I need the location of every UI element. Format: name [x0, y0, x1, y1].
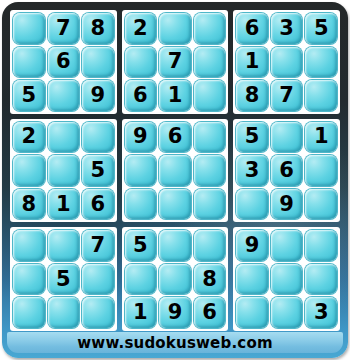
cell-r8c3[interactable]	[82, 264, 114, 295]
cell-r3c7[interactable]: 8	[236, 80, 268, 111]
cell-r3c1[interactable]: 5	[13, 80, 45, 111]
cell-r3c8[interactable]: 7	[271, 80, 303, 111]
cell-r5c6[interactable]	[194, 155, 226, 186]
sudoku-board: 786592761635187258169651369755819693	[10, 10, 340, 331]
cell-r8c2[interactable]: 5	[48, 264, 80, 295]
cell-r4c3[interactable]	[82, 122, 114, 153]
cell-r4c8[interactable]	[271, 122, 303, 153]
cell-r3c3[interactable]: 9	[82, 80, 114, 111]
cell-r1c9[interactable]: 5	[305, 13, 337, 44]
cell-r9c9[interactable]: 3	[305, 297, 337, 328]
cell-r3c2[interactable]	[48, 80, 80, 111]
cell-r3c6[interactable]	[194, 80, 226, 111]
cell-r6c5[interactable]	[159, 189, 191, 220]
cell-r9c7[interactable]	[236, 297, 268, 328]
cell-r4c1[interactable]: 2	[13, 122, 45, 153]
cell-r8c6[interactable]: 8	[194, 264, 226, 295]
cell-r2c1[interactable]	[13, 47, 45, 78]
website-link[interactable]: www.sudokusweb.com	[77, 334, 272, 352]
cell-r1c5[interactable]	[159, 13, 191, 44]
cell-r9c5[interactable]: 9	[159, 297, 191, 328]
box-3: 635187	[233, 10, 340, 114]
cell-r2c6[interactable]	[194, 47, 226, 78]
box-5: 96	[122, 119, 229, 223]
cell-r5c2[interactable]	[48, 155, 80, 186]
cell-r4c7[interactable]: 5	[236, 122, 268, 153]
cell-r4c5[interactable]: 6	[159, 122, 191, 153]
cell-r5c9[interactable]	[305, 155, 337, 186]
cell-r6c8[interactable]: 9	[271, 189, 303, 220]
cell-r9c4[interactable]: 1	[125, 297, 157, 328]
box-1: 78659	[10, 10, 117, 114]
cell-r7c9[interactable]	[305, 230, 337, 261]
cell-r1c7[interactable]: 6	[236, 13, 268, 44]
box-8: 58196	[122, 227, 229, 331]
cell-r1c8[interactable]: 3	[271, 13, 303, 44]
cell-r6c7[interactable]	[236, 189, 268, 220]
cell-r6c4[interactable]	[125, 189, 157, 220]
cell-r2c5[interactable]: 7	[159, 47, 191, 78]
cell-r2c4[interactable]	[125, 47, 157, 78]
cell-r9c6[interactable]: 6	[194, 297, 226, 328]
cell-r7c2[interactable]	[48, 230, 80, 261]
cell-r9c1[interactable]	[13, 297, 45, 328]
sudoku-widget: 786592761635187258169651369755819693 www…	[2, 2, 348, 358]
box-2: 2761	[122, 10, 229, 114]
footer-band: www.sudokusweb.com	[7, 332, 343, 353]
box-4: 25816	[10, 119, 117, 223]
cell-r8c4[interactable]	[125, 264, 157, 295]
cell-r5c5[interactable]	[159, 155, 191, 186]
cell-r4c4[interactable]: 9	[125, 122, 157, 153]
cell-r6c6[interactable]	[194, 189, 226, 220]
cell-r6c2[interactable]: 1	[48, 189, 80, 220]
box-7: 75	[10, 227, 117, 331]
cell-r2c3[interactable]	[82, 47, 114, 78]
cell-r1c2[interactable]: 7	[48, 13, 80, 44]
cell-r1c1[interactable]	[13, 13, 45, 44]
cell-r1c6[interactable]	[194, 13, 226, 44]
cell-r5c8[interactable]: 6	[271, 155, 303, 186]
cell-r5c3[interactable]: 5	[82, 155, 114, 186]
cell-r5c7[interactable]: 3	[236, 155, 268, 186]
cell-r2c7[interactable]: 1	[236, 47, 268, 78]
cell-r4c2[interactable]	[48, 122, 80, 153]
cell-r8c9[interactable]	[305, 264, 337, 295]
cell-r1c4[interactable]: 2	[125, 13, 157, 44]
cell-r7c7[interactable]: 9	[236, 230, 268, 261]
cell-r3c4[interactable]: 6	[125, 80, 157, 111]
cell-r7c8[interactable]	[271, 230, 303, 261]
box-9: 93	[233, 227, 340, 331]
cell-r6c3[interactable]: 6	[82, 189, 114, 220]
cell-r7c5[interactable]	[159, 230, 191, 261]
cell-r8c7[interactable]	[236, 264, 268, 295]
cell-r8c5[interactable]	[159, 264, 191, 295]
box-6: 51369	[233, 119, 340, 223]
cell-r6c1[interactable]: 8	[13, 189, 45, 220]
cell-r7c6[interactable]	[194, 230, 226, 261]
cell-r7c4[interactable]: 5	[125, 230, 157, 261]
cell-r9c8[interactable]	[271, 297, 303, 328]
cell-r4c6[interactable]	[194, 122, 226, 153]
cell-r6c9[interactable]	[305, 189, 337, 220]
cell-r8c1[interactable]	[13, 264, 45, 295]
cell-r7c3[interactable]: 7	[82, 230, 114, 261]
cell-r2c9[interactable]	[305, 47, 337, 78]
cell-r2c8[interactable]	[271, 47, 303, 78]
cell-r5c1[interactable]	[13, 155, 45, 186]
cell-r3c9[interactable]	[305, 80, 337, 111]
cell-r5c4[interactable]	[125, 155, 157, 186]
cell-r8c8[interactable]	[271, 264, 303, 295]
cell-r9c3[interactable]	[82, 297, 114, 328]
cell-r1c3[interactable]: 8	[82, 13, 114, 44]
cell-r9c2[interactable]	[48, 297, 80, 328]
cell-r7c1[interactable]	[13, 230, 45, 261]
cell-r2c2[interactable]: 6	[48, 47, 80, 78]
cell-r3c5[interactable]: 1	[159, 80, 191, 111]
cell-r4c9[interactable]: 1	[305, 122, 337, 153]
